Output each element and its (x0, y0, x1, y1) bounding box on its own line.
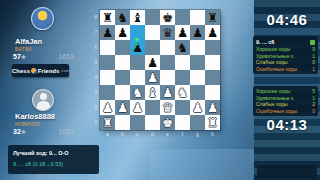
rank-label-6: 6 (93, 40, 99, 55)
black-king: ♚ (160, 10, 175, 25)
square-e7[interactable]: ♛ (160, 25, 175, 40)
rank-label-4: 4 (93, 70, 99, 85)
stat-value: 0 (312, 108, 315, 115)
square-g1[interactable] (190, 115, 205, 130)
square-b6[interactable] (115, 40, 130, 55)
file-label-f: f (175, 131, 190, 138)
square-b1[interactable] (115, 115, 130, 130)
globe-icon (31, 68, 37, 74)
square-a2[interactable]: ♟ (100, 100, 115, 115)
square-c2[interactable]: ♟ (130, 100, 145, 115)
white-pawn: ♟ (160, 85, 175, 100)
square-e1[interactable]: ♚ (160, 115, 175, 130)
file-label-c: c (130, 131, 145, 138)
rank-label-5: 5 (93, 55, 99, 70)
square-d5[interactable]: ♟ (145, 55, 160, 70)
move-stats-white: Хорошие ходы5 Удивительные х.1 Слабые хо… (253, 86, 318, 116)
logo-text-com: .com (60, 68, 69, 73)
stars-count-bottom: 32 (13, 128, 21, 135)
square-b3[interactable] (115, 85, 130, 100)
square-h3[interactable] (205, 85, 220, 100)
square-c3[interactable]: ♞ (130, 85, 145, 100)
white-rook: ♜ (100, 115, 115, 130)
square-h5[interactable] (205, 55, 220, 70)
square-f2[interactable] (175, 100, 190, 115)
black-pawn: ♟ (100, 25, 115, 40)
square-g2[interactable]: ♟ (190, 100, 205, 115)
file-labels: abcdefgh (100, 131, 220, 138)
best-move-text: Лучший ход: 9... O-O (13, 149, 94, 157)
logo-text-friends: Friends (38, 68, 60, 74)
player-name-top[interactable]: AlfaJan (15, 37, 42, 46)
square-e4[interactable] (160, 70, 175, 85)
square-b2[interactable]: ♟ (115, 100, 130, 115)
player-rating-bottom: 1083 (49, 128, 74, 135)
player-stars-top: 57★ (13, 53, 26, 60)
white-pawn: ♟ (190, 100, 205, 115)
square-f5[interactable] (175, 55, 190, 70)
black-queen: ♛ (160, 25, 175, 40)
square-d3[interactable]: ♝ (145, 85, 160, 100)
square-d1[interactable] (145, 115, 160, 130)
white-bishop: ♝ (145, 85, 160, 100)
square-f8[interactable] (175, 10, 190, 25)
square-c6[interactable]: ♟✦ (130, 40, 145, 55)
black-knight: ♞ (115, 10, 130, 25)
square-f6[interactable]: ♞ (175, 40, 190, 55)
player-league-top: битва (15, 47, 32, 52)
stat-label: Ошибочные ходы (256, 66, 297, 73)
square-a3[interactable] (100, 85, 115, 100)
player-name-bottom[interactable]: Karlos8888 (15, 112, 55, 121)
file-label-a: a (100, 131, 115, 138)
square-b4[interactable] (115, 70, 130, 85)
rank-labels: 87654321 (93, 10, 99, 130)
square-h4[interactable] (205, 70, 220, 85)
file-label-e: e (160, 131, 175, 138)
square-c1[interactable] (130, 115, 145, 130)
square-b7[interactable]: ♟ (115, 25, 130, 40)
analysis-box: Лучший ход: 9... O-O 9. ... c6 (0.18→0.5… (8, 145, 99, 174)
square-g5[interactable] (190, 55, 205, 70)
rank-label-8: 8 (93, 10, 99, 25)
square-c8[interactable]: ♝ (130, 10, 145, 25)
move-sparkle-icon: ✦ (134, 36, 140, 44)
white-pawn: ♟ (205, 100, 220, 115)
player-stars-bottom: 32★ (13, 128, 26, 135)
black-pawn: ♟ (190, 25, 205, 40)
eval-badge-icon (310, 40, 315, 45)
white-king: ♚ (160, 115, 175, 130)
square-c4[interactable] (130, 70, 145, 85)
clock-top: 04:46 (254, 11, 320, 28)
white-knight: ♞ (175, 85, 190, 100)
player-league-bottom: новичок (15, 122, 40, 127)
last-move-label: 9. ... c6 (256, 39, 274, 45)
rank-label-3: 3 (93, 85, 99, 100)
white-rook: ♜ (205, 115, 220, 130)
square-f4[interactable] (175, 70, 190, 85)
square-d4[interactable]: ♟ (145, 70, 160, 85)
black-bishop: ♝ (130, 10, 145, 25)
square-a6[interactable] (100, 40, 115, 55)
black-rook: ♜ (100, 10, 115, 25)
square-a1[interactable]: ♜ (100, 115, 115, 130)
black-pawn: ♟ (145, 55, 160, 70)
clock-bottom: 04:13 (254, 116, 320, 133)
sidebar-bottom-bar[interactable] (257, 165, 317, 178)
square-d6[interactable] (145, 40, 160, 55)
square-a4[interactable] (100, 70, 115, 85)
chessfriends-logo[interactable]: Chess Friends .com (12, 64, 69, 77)
logo-text-chess: Chess (12, 68, 30, 74)
square-a5[interactable] (100, 55, 115, 70)
file-label-h: h (205, 131, 220, 138)
square-e2[interactable]: ♛ (160, 100, 175, 115)
white-pawn: ♟ (115, 100, 130, 115)
move-stats-black: 9. ... c6 Хорошие ходы9 Удивительные х.1… (253, 36, 318, 74)
square-h8[interactable]: ♜ (205, 10, 220, 25)
square-h7[interactable]: ♟ (205, 25, 220, 40)
bottom-panel (150, 149, 254, 180)
square-c5[interactable] (130, 55, 145, 70)
square-f1[interactable] (175, 115, 190, 130)
square-e6[interactable] (160, 40, 175, 55)
rank-label-2: 2 (93, 100, 99, 115)
square-d7[interactable] (145, 25, 160, 40)
square-h6[interactable] (205, 40, 220, 55)
white-queen: ♛ (160, 100, 175, 115)
file-label-b: b (115, 131, 130, 138)
square-e8[interactable]: ♚ (160, 10, 175, 25)
stat-label: Ошибочные ходы (256, 108, 297, 115)
chess-board: ♜♞♝♚♜♟♟♛♟♟♟♟✦♞♟♟♞♝♟♞♟♟♟♛♟♟♜♚♜ (100, 10, 220, 130)
square-f7[interactable]: ♟ (175, 25, 190, 40)
square-f3[interactable]: ♞ (175, 85, 190, 100)
square-g7[interactable]: ♟ (190, 25, 205, 40)
black-pawn: ♟ (175, 25, 190, 40)
game-screen: AlfaJan битва 57★ 1653 Chess Friends .co… (0, 0, 320, 180)
white-pawn: ♟ (130, 100, 145, 115)
square-a7[interactable]: ♟ (100, 25, 115, 40)
black-knight: ♞ (175, 40, 190, 55)
player-avatar-top[interactable] (31, 7, 54, 30)
square-e5[interactable] (160, 55, 175, 70)
white-pawn: ♟ (145, 70, 160, 85)
white-pawn: ♟ (100, 100, 115, 115)
file-label-d: d (145, 131, 160, 138)
player-rating-top: 1653 (49, 53, 74, 60)
square-b8[interactable]: ♞ (115, 10, 130, 25)
square-a8[interactable]: ♜ (100, 10, 115, 25)
star-icon: ★ (21, 129, 26, 135)
square-g8[interactable] (190, 10, 205, 25)
square-b5[interactable] (115, 55, 130, 70)
square-g4[interactable] (190, 70, 205, 85)
stat-value: 1 (312, 66, 315, 73)
white-knight: ♞ (130, 85, 145, 100)
square-h2[interactable]: ♟ (205, 100, 220, 115)
file-label-g: g (190, 131, 205, 138)
square-d8[interactable] (145, 10, 160, 25)
black-rook: ♜ (205, 10, 220, 25)
black-pawn: ♟ (115, 25, 130, 40)
square-h1[interactable]: ♜ (205, 115, 220, 130)
star-icon: ★ (21, 54, 26, 60)
rank-label-1: 1 (93, 115, 99, 130)
square-d2[interactable] (145, 100, 160, 115)
stars-count-top: 57 (13, 53, 21, 60)
rank-label-7: 7 (93, 25, 99, 40)
square-e3[interactable]: ♟ (160, 85, 175, 100)
player-avatar-bottom[interactable] (32, 89, 54, 111)
square-g6[interactable] (190, 40, 205, 55)
played-move-eval: 9. ... c6 (0.18→0.53) (13, 160, 94, 168)
square-g3[interactable] (190, 85, 205, 100)
black-pawn: ♟ (205, 25, 220, 40)
